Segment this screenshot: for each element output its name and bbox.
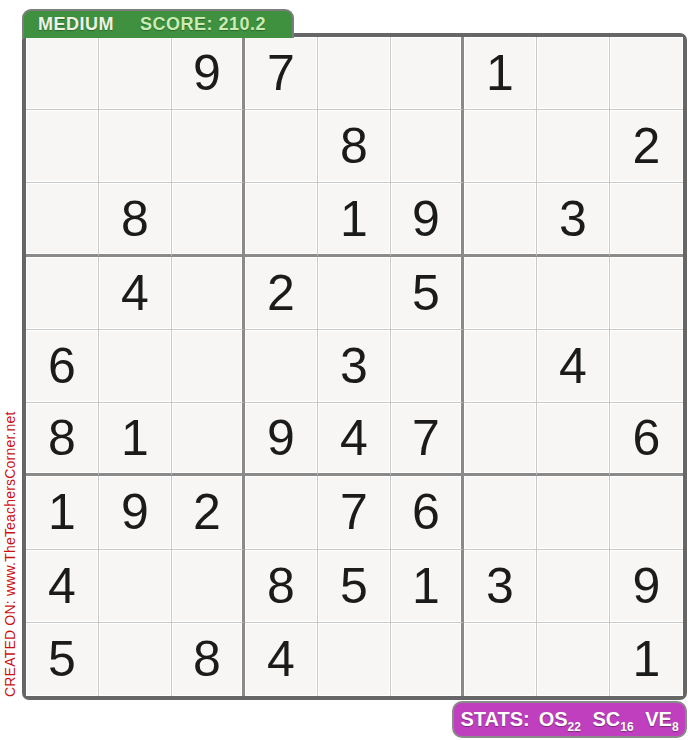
stat-sc: SC16 — [592, 708, 633, 730]
cell-r6c8[interactable] — [537, 403, 610, 476]
cell-r4c7[interactable] — [464, 257, 537, 330]
cell-r7c4[interactable] — [245, 476, 318, 549]
cell-r2c4[interactable] — [245, 110, 318, 183]
cell-r1c7[interactable]: 1 — [464, 37, 537, 110]
cell-r3c8[interactable]: 3 — [537, 183, 610, 256]
cell-r7c8[interactable] — [537, 476, 610, 549]
cell-r8c3[interactable] — [172, 550, 245, 623]
cell-r3c9[interactable] — [610, 183, 683, 256]
cell-r5c8[interactable]: 4 — [537, 330, 610, 403]
cell-r5c1[interactable]: 6 — [26, 330, 99, 403]
cell-r6c9[interactable]: 6 — [610, 403, 683, 476]
sudoku-page: CREATED ON: www.TheTeachersCorner.net ME… — [0, 0, 688, 740]
cell-r7c7[interactable] — [464, 476, 537, 549]
cell-r5c9[interactable] — [610, 330, 683, 403]
cell-r9c5[interactable] — [318, 623, 391, 696]
cell-r9c4[interactable]: 4 — [245, 623, 318, 696]
cell-r7c3[interactable]: 2 — [172, 476, 245, 549]
cell-r5c2[interactable] — [99, 330, 172, 403]
cell-r1c6[interactable] — [391, 37, 464, 110]
cell-r1c5[interactable] — [318, 37, 391, 110]
cell-r1c3[interactable]: 9 — [172, 37, 245, 110]
cell-r2c2[interactable] — [99, 110, 172, 183]
cell-r7c9[interactable] — [610, 476, 683, 549]
cell-r7c2[interactable]: 9 — [99, 476, 172, 549]
stats-label: STATS: — [460, 708, 529, 731]
stat-ve: VE8 — [645, 708, 678, 730]
cell-r9c8[interactable] — [537, 623, 610, 696]
cell-r1c2[interactable] — [99, 37, 172, 110]
sudoku-board: 971828193425634819476192764851395841 — [22, 33, 687, 700]
cell-r2c3[interactable] — [172, 110, 245, 183]
cell-r8c8[interactable] — [537, 550, 610, 623]
cell-r4c6[interactable]: 5 — [391, 257, 464, 330]
cell-r9c2[interactable] — [99, 623, 172, 696]
cell-r5c6[interactable] — [391, 330, 464, 403]
cell-r2c8[interactable] — [537, 110, 610, 183]
difficulty-label: MEDIUM — [38, 14, 114, 35]
cell-r8c9[interactable]: 9 — [610, 550, 683, 623]
stats-bar: STATS: OS22 SC16 VE8 — [452, 701, 687, 738]
cell-r4c2[interactable]: 4 — [99, 257, 172, 330]
cell-r8c6[interactable]: 1 — [391, 550, 464, 623]
cell-r1c9[interactable] — [610, 37, 683, 110]
cell-r6c6[interactable]: 7 — [391, 403, 464, 476]
cell-r3c6[interactable]: 9 — [391, 183, 464, 256]
score-label: SCORE: — [140, 14, 213, 34]
cell-r7c6[interactable]: 6 — [391, 476, 464, 549]
cell-r8c1[interactable]: 4 — [26, 550, 99, 623]
cell-r5c7[interactable] — [464, 330, 537, 403]
cell-r3c1[interactable] — [26, 183, 99, 256]
credit-text: CREATED ON: www.TheTeachersCorner.net — [2, 411, 18, 697]
cell-r1c4[interactable]: 7 — [245, 37, 318, 110]
score-value: 210.2 — [219, 14, 267, 34]
cell-r4c4[interactable]: 2 — [245, 257, 318, 330]
cell-r3c3[interactable] — [172, 183, 245, 256]
cell-r2c7[interactable] — [464, 110, 537, 183]
cell-r2c5[interactable]: 8 — [318, 110, 391, 183]
cell-r6c5[interactable]: 4 — [318, 403, 391, 476]
cell-r7c5[interactable]: 7 — [318, 476, 391, 549]
difficulty-score-tab: MEDIUM SCORE: 210.2 — [22, 9, 294, 38]
cell-r9c3[interactable]: 8 — [172, 623, 245, 696]
cell-r1c1[interactable] — [26, 37, 99, 110]
cell-r5c3[interactable] — [172, 330, 245, 403]
stats-entries: OS22 SC16 VE8 — [539, 708, 679, 731]
cell-r6c3[interactable] — [172, 403, 245, 476]
cell-r3c5[interactable]: 1 — [318, 183, 391, 256]
cell-r9c6[interactable] — [391, 623, 464, 696]
cell-r6c2[interactable]: 1 — [99, 403, 172, 476]
cell-r3c2[interactable]: 8 — [99, 183, 172, 256]
cell-r2c9[interactable]: 2 — [610, 110, 683, 183]
cell-r4c3[interactable] — [172, 257, 245, 330]
cell-r9c1[interactable]: 5 — [26, 623, 99, 696]
cell-r5c5[interactable]: 3 — [318, 330, 391, 403]
cell-r8c2[interactable] — [99, 550, 172, 623]
score-text: SCORE: 210.2 — [140, 14, 266, 35]
cell-r6c1[interactable]: 8 — [26, 403, 99, 476]
cell-r9c9[interactable]: 1 — [610, 623, 683, 696]
cell-r8c7[interactable]: 3 — [464, 550, 537, 623]
cell-r4c1[interactable] — [26, 257, 99, 330]
cell-r4c5[interactable] — [318, 257, 391, 330]
cell-r1c8[interactable] — [537, 37, 610, 110]
cell-r7c1[interactable]: 1 — [26, 476, 99, 549]
cell-r3c7[interactable] — [464, 183, 537, 256]
cell-r4c9[interactable] — [610, 257, 683, 330]
cell-r8c4[interactable]: 8 — [245, 550, 318, 623]
cell-r6c4[interactable]: 9 — [245, 403, 318, 476]
cell-r3c4[interactable] — [245, 183, 318, 256]
cell-r4c8[interactable] — [537, 257, 610, 330]
cell-r9c7[interactable] — [464, 623, 537, 696]
cell-r5c4[interactable] — [245, 330, 318, 403]
cell-r8c5[interactable]: 5 — [318, 550, 391, 623]
cell-r2c1[interactable] — [26, 110, 99, 183]
cell-r6c7[interactable] — [464, 403, 537, 476]
stat-os: OS22 — [539, 708, 581, 730]
cell-r2c6[interactable] — [391, 110, 464, 183]
